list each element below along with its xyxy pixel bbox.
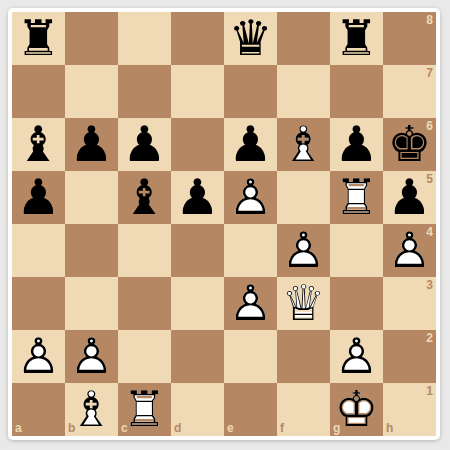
piece-outline-glyph: ♗ [67,385,116,434]
square-c7[interactable] [118,65,171,118]
piece-outline-glyph: ♖ [120,385,169,434]
piece-outline-glyph: ♙ [14,332,63,381]
piece-white-pawn[interactable]: ♟♙ [332,332,381,381]
square-h4[interactable]: 4♟♙ [383,224,436,277]
piece-glyph: ♜ [14,14,63,63]
piece-black-bishop[interactable]: ♝ [14,120,63,169]
square-h8[interactable]: 8 [383,12,436,65]
square-g8[interactable]: ♜ [330,12,383,65]
square-g1[interactable]: g♚♔ [330,383,383,436]
square-c8[interactable] [118,12,171,65]
square-e4[interactable] [224,224,277,277]
chess-board: ♜♛♜87♝♟♟♟♝♗♟6♚♟♝♟♟♙♜♖5♟♟♙4♟♙♟♙♛♕3♟♙♟♙♟♙2… [12,12,436,436]
square-d5[interactable]: ♟ [171,171,224,224]
square-a5[interactable]: ♟ [12,171,65,224]
square-e8[interactable]: ♛ [224,12,277,65]
piece-white-queen[interactable]: ♛♕ [279,279,328,328]
square-b5[interactable] [65,171,118,224]
square-b2[interactable]: ♟♙ [65,330,118,383]
piece-outline-glyph: ♖ [332,173,381,222]
piece-glyph: ♛ [226,14,275,63]
square-f5[interactable] [277,171,330,224]
piece-white-pawn[interactable]: ♟♙ [226,279,275,328]
square-f2[interactable] [277,330,330,383]
piece-glyph: ♜ [332,14,381,63]
square-g6[interactable]: ♟ [330,118,383,171]
square-f7[interactable] [277,65,330,118]
square-c6[interactable]: ♟ [118,118,171,171]
piece-white-pawn[interactable]: ♟♙ [279,226,328,275]
piece-white-pawn[interactable]: ♟♙ [14,332,63,381]
file-label-f: f [280,422,284,434]
square-d7[interactable] [171,65,224,118]
square-c4[interactable] [118,224,171,277]
square-a1[interactable]: a [12,383,65,436]
piece-white-pawn[interactable]: ♟♙ [226,173,275,222]
piece-black-pawn[interactable]: ♟ [226,120,275,169]
piece-white-king[interactable]: ♚♔ [332,385,381,434]
rank-label-2: 2 [426,332,433,344]
piece-black-pawn[interactable]: ♟ [173,173,222,222]
piece-black-pawn[interactable]: ♟ [67,120,116,169]
square-c3[interactable] [118,277,171,330]
square-b4[interactable] [65,224,118,277]
piece-outline-glyph: ♙ [385,226,434,275]
piece-black-rook[interactable]: ♜ [332,14,381,63]
piece-glyph: ♟ [120,120,169,169]
piece-glyph: ♝ [14,120,63,169]
file-label-a: a [15,422,22,434]
piece-white-pawn[interactable]: ♟♙ [67,332,116,381]
file-label-d: d [174,422,181,434]
square-a2[interactable]: ♟♙ [12,330,65,383]
square-d1[interactable]: d [171,383,224,436]
square-a7[interactable] [12,65,65,118]
piece-glyph: ♟ [67,120,116,169]
square-g4[interactable] [330,224,383,277]
square-e2[interactable] [224,330,277,383]
square-f8[interactable] [277,12,330,65]
piece-black-rook[interactable]: ♜ [14,14,63,63]
piece-glyph: ♟ [332,120,381,169]
square-e7[interactable] [224,65,277,118]
piece-outline-glyph: ♙ [67,332,116,381]
piece-glyph: ♟ [173,173,222,222]
piece-glyph: ♟ [385,173,434,222]
square-h5[interactable]: 5♟ [383,171,436,224]
square-a3[interactable] [12,277,65,330]
square-d6[interactable] [171,118,224,171]
piece-outline-glyph: ♙ [226,173,275,222]
square-h1[interactable]: 1h [383,383,436,436]
piece-black-king[interactable]: ♚ [385,120,434,169]
piece-glyph: ♟ [226,120,275,169]
square-d4[interactable] [171,224,224,277]
square-g2[interactable]: ♟♙ [330,330,383,383]
piece-black-pawn[interactable]: ♟ [332,120,381,169]
square-c2[interactable] [118,330,171,383]
square-b6[interactable]: ♟ [65,118,118,171]
rank-label-1: 1 [426,385,433,397]
square-e6[interactable]: ♟ [224,118,277,171]
square-d8[interactable] [171,12,224,65]
piece-black-bishop[interactable]: ♝ [120,173,169,222]
square-b8[interactable] [65,12,118,65]
piece-glyph: ♝ [120,173,169,222]
square-e1[interactable]: e [224,383,277,436]
square-f6[interactable]: ♝♗ [277,118,330,171]
square-d3[interactable] [171,277,224,330]
piece-black-pawn[interactable]: ♟ [385,173,434,222]
piece-white-bishop[interactable]: ♝♗ [279,120,328,169]
square-f1[interactable]: f [277,383,330,436]
file-label-h: h [386,422,393,434]
square-b7[interactable] [65,65,118,118]
board-card: ♜♛♜87♝♟♟♟♝♗♟6♚♟♝♟♟♙♜♖5♟♟♙4♟♙♟♙♛♕3♟♙♟♙♟♙2… [8,8,440,440]
piece-outline-glyph: ♔ [332,385,381,434]
square-h2[interactable]: 2 [383,330,436,383]
piece-white-rook[interactable]: ♜♖ [120,385,169,434]
piece-outline-glyph: ♗ [279,120,328,169]
square-e5[interactable]: ♟♙ [224,171,277,224]
square-d2[interactable] [171,330,224,383]
piece-outline-glyph: ♙ [279,226,328,275]
piece-black-pawn[interactable]: ♟ [120,120,169,169]
piece-black-pawn[interactable]: ♟ [14,173,63,222]
piece-white-bishop[interactable]: ♝♗ [67,385,116,434]
square-a4[interactable] [12,224,65,277]
square-h3[interactable]: 3 [383,277,436,330]
square-a8[interactable]: ♜ [12,12,65,65]
rank-label-7: 7 [426,67,433,79]
piece-outline-glyph: ♕ [279,279,328,328]
rank-label-8: 8 [426,14,433,26]
square-b3[interactable] [65,277,118,330]
rank-label-3: 3 [426,279,433,291]
piece-outline-glyph: ♙ [226,279,275,328]
square-f3[interactable]: ♛♕ [277,277,330,330]
square-e3[interactable]: ♟♙ [224,277,277,330]
square-g3[interactable] [330,277,383,330]
square-h6[interactable]: 6♚ [383,118,436,171]
square-f4[interactable]: ♟♙ [277,224,330,277]
piece-glyph: ♚ [385,120,434,169]
piece-glyph: ♟ [14,173,63,222]
square-c1[interactable]: c♜♖ [118,383,171,436]
square-g5[interactable]: ♜♖ [330,171,383,224]
square-h7[interactable]: 7 [383,65,436,118]
piece-white-rook[interactable]: ♜♖ [332,173,381,222]
square-g7[interactable] [330,65,383,118]
piece-white-pawn[interactable]: ♟♙ [385,226,434,275]
square-b1[interactable]: b♝♗ [65,383,118,436]
file-label-e: e [227,422,234,434]
piece-outline-glyph: ♙ [332,332,381,381]
square-c5[interactable]: ♝ [118,171,171,224]
square-a6[interactable]: ♝ [12,118,65,171]
piece-black-queen[interactable]: ♛ [226,14,275,63]
